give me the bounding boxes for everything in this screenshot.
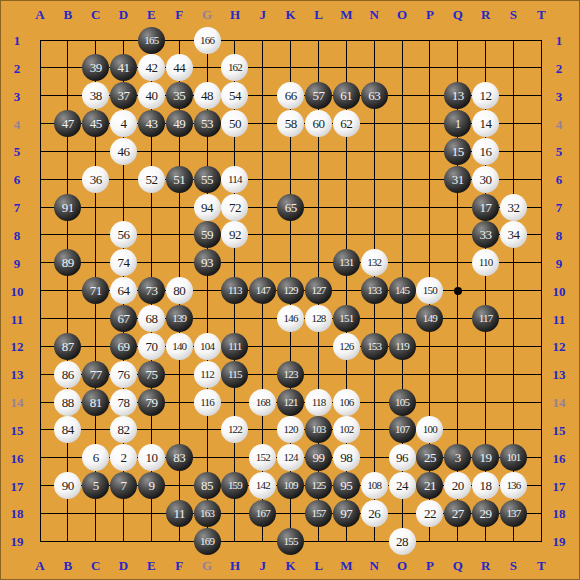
move-number: 60 (313, 117, 325, 130)
stone-F18: 11 (166, 500, 193, 527)
move-number: 142 (256, 479, 270, 492)
row-label-right-8: 8 (556, 228, 563, 241)
move-number: 126 (339, 340, 353, 353)
move-number: 91 (62, 201, 74, 214)
stone-E14: 79 (138, 389, 165, 416)
stone-Q16: 3 (444, 444, 471, 471)
row-label-right-1: 1 (556, 34, 563, 47)
stone-M14: 106 (333, 389, 360, 416)
move-number: 3 (455, 451, 461, 464)
move-number: 21 (424, 479, 436, 492)
stone-L16: 99 (305, 444, 332, 471)
stone-L4: 60 (305, 110, 332, 137)
stone-P11: 149 (416, 305, 443, 332)
stone-N9: 132 (361, 249, 388, 276)
move-number: 53 (201, 117, 213, 130)
move-number: 82 (118, 423, 130, 436)
stone-Q4: 1 (444, 110, 471, 137)
stone-H3: 54 (221, 82, 248, 109)
column-label-bottom-A: A (35, 559, 44, 572)
column-label-top-C: C (91, 8, 100, 21)
stone-B7: 91 (54, 194, 81, 221)
go-board-screen: AABBCCDDEEFFGGHHJJKKLLMMNNOOPPQQRRSSTT11… (0, 0, 580, 580)
column-label-bottom-Q: Q (453, 559, 463, 572)
move-number: 119 (395, 340, 409, 353)
stone-R9: 110 (472, 249, 499, 276)
move-number: 75 (145, 368, 157, 381)
stone-Q17: 20 (444, 472, 471, 499)
stone-E4: 43 (138, 110, 165, 137)
stone-G1: 166 (194, 27, 221, 54)
stone-L11: 128 (305, 305, 332, 332)
stone-M16: 98 (333, 444, 360, 471)
stone-E12: 70 (138, 333, 165, 360)
move-number: 2 (121, 451, 127, 464)
column-label-top-N: N (369, 8, 378, 21)
move-number: 38 (90, 89, 102, 102)
move-number: 55 (201, 173, 213, 186)
move-number: 16 (480, 145, 492, 158)
row-label-left-7: 7 (14, 201, 21, 214)
column-label-top-K: K (286, 8, 296, 21)
move-number: 133 (367, 284, 381, 297)
move-number: 62 (340, 117, 352, 130)
stone-G8: 59 (194, 221, 221, 248)
row-label-right-14: 14 (553, 396, 566, 409)
move-number: 122 (228, 423, 242, 436)
stone-B4: 47 (54, 110, 81, 137)
move-number: 9 (148, 479, 154, 492)
move-number: 20 (452, 479, 464, 492)
stone-H7: 72 (221, 194, 248, 221)
row-label-right-19: 19 (553, 535, 566, 548)
stone-G6: 55 (194, 166, 221, 193)
stone-N18: 26 (361, 500, 388, 527)
stone-S16: 101 (500, 444, 527, 471)
stone-D3: 37 (110, 82, 137, 109)
stone-R6: 30 (472, 166, 499, 193)
stone-Q18: 27 (444, 500, 471, 527)
move-number: 111 (228, 340, 241, 353)
stone-D14: 78 (110, 389, 137, 416)
move-number: 121 (284, 396, 298, 409)
stone-H15: 122 (221, 416, 248, 443)
stone-M18: 97 (333, 500, 360, 527)
row-label-left-13: 13 (11, 368, 24, 381)
stone-R11: 117 (472, 305, 499, 332)
row-label-right-12: 12 (553, 340, 566, 353)
row-label-left-5: 5 (14, 145, 21, 158)
stone-E2: 42 (138, 54, 165, 81)
stone-K14: 121 (277, 389, 304, 416)
row-label-right-9: 9 (556, 256, 563, 269)
move-number: 118 (312, 396, 326, 409)
move-number: 59 (201, 228, 213, 241)
move-number: 117 (479, 312, 493, 325)
stone-G19: 169 (194, 528, 221, 555)
row-label-left-19: 19 (11, 535, 24, 548)
move-number: 89 (62, 256, 74, 269)
move-number: 92 (229, 228, 241, 241)
stone-P16: 25 (416, 444, 443, 471)
row-label-left-1: 1 (14, 34, 21, 47)
move-number: 50 (229, 117, 241, 130)
move-number: 80 (173, 284, 185, 297)
stone-C4: 45 (82, 110, 109, 137)
stone-O15: 107 (389, 416, 416, 443)
stone-D15: 82 (110, 416, 137, 443)
move-number: 137 (506, 507, 520, 520)
stone-G3: 48 (194, 82, 221, 109)
stone-Q6: 31 (444, 166, 471, 193)
move-number: 124 (284, 451, 298, 464)
move-number: 90 (62, 479, 74, 492)
stone-D2: 41 (110, 54, 137, 81)
stone-H4: 50 (221, 110, 248, 137)
move-number: 165 (144, 34, 158, 47)
stone-L15: 103 (305, 416, 332, 443)
row-label-right-10: 10 (553, 284, 566, 297)
move-number: 68 (145, 312, 157, 325)
stone-H6: 114 (221, 166, 248, 193)
move-number: 103 (311, 423, 325, 436)
move-number: 66 (285, 89, 297, 102)
stone-M3: 61 (333, 82, 360, 109)
column-label-top-R: R (481, 8, 490, 21)
stone-C16: 6 (82, 444, 109, 471)
stone-C14: 81 (82, 389, 109, 416)
move-number: 11 (173, 507, 185, 520)
move-number: 99 (313, 451, 325, 464)
stone-R18: 29 (472, 500, 499, 527)
move-number: 109 (284, 479, 298, 492)
column-label-top-J: J (260, 8, 267, 21)
stone-D4: 4 (110, 110, 137, 137)
stone-N10: 133 (361, 277, 388, 304)
stone-F3: 35 (166, 82, 193, 109)
column-label-top-M: M (340, 8, 352, 21)
move-number: 77 (90, 368, 102, 381)
stone-O19: 28 (389, 528, 416, 555)
stone-E3: 40 (138, 82, 165, 109)
move-number: 163 (200, 507, 214, 520)
row-label-left-14: 14 (11, 396, 24, 409)
move-number: 127 (311, 284, 325, 297)
stone-F4: 49 (166, 110, 193, 137)
stone-F16: 83 (166, 444, 193, 471)
move-number: 1 (455, 117, 461, 130)
stone-K7: 65 (277, 194, 304, 221)
move-number: 4 (121, 117, 127, 130)
stone-G18: 163 (194, 500, 221, 527)
move-number: 42 (145, 61, 157, 74)
move-number: 159 (228, 479, 242, 492)
row-label-right-2: 2 (556, 61, 563, 74)
move-number: 136 (506, 479, 520, 492)
stone-G4: 53 (194, 110, 221, 137)
move-number: 151 (339, 312, 353, 325)
stone-P18: 22 (416, 500, 443, 527)
move-number: 28 (396, 535, 408, 548)
move-number: 31 (452, 173, 464, 186)
stone-J16: 152 (249, 444, 276, 471)
stone-J18: 167 (249, 500, 276, 527)
move-number: 13 (452, 89, 464, 102)
stone-G12: 104 (194, 333, 221, 360)
stone-O10: 145 (389, 277, 416, 304)
move-number: 48 (201, 89, 213, 102)
stone-F11: 139 (166, 305, 193, 332)
stone-M9: 131 (333, 249, 360, 276)
move-number: 79 (145, 396, 157, 409)
stone-D10: 64 (110, 277, 137, 304)
stone-K15: 120 (277, 416, 304, 443)
move-number: 41 (118, 61, 130, 74)
move-number: 114 (228, 173, 242, 186)
row-label-right-5: 5 (556, 145, 563, 158)
column-label-bottom-K: K (286, 559, 296, 572)
row-label-left-16: 16 (11, 451, 24, 464)
move-number: 56 (118, 228, 130, 241)
stone-N12: 153 (361, 333, 388, 360)
stone-D5: 46 (110, 138, 137, 165)
stone-S7: 32 (500, 194, 527, 221)
move-number: 65 (285, 201, 297, 214)
stone-S8: 34 (500, 221, 527, 248)
move-number: 166 (200, 34, 214, 47)
move-number: 7 (121, 479, 127, 492)
move-number: 19 (480, 451, 492, 464)
stone-O17: 24 (389, 472, 416, 499)
stone-K3: 66 (277, 82, 304, 109)
column-label-bottom-N: N (369, 559, 378, 572)
move-number: 46 (118, 145, 130, 158)
move-number: 47 (62, 117, 74, 130)
stone-L3: 57 (305, 82, 332, 109)
stone-N3: 63 (361, 82, 388, 109)
row-label-left-17: 17 (11, 479, 24, 492)
row-label-right-6: 6 (556, 173, 563, 186)
move-number: 24 (396, 479, 408, 492)
column-label-bottom-J: J (260, 559, 267, 572)
stone-R8: 33 (472, 221, 499, 248)
stone-L10: 127 (305, 277, 332, 304)
column-label-bottom-P: P (426, 559, 434, 572)
stone-H2: 162 (221, 54, 248, 81)
move-number: 45 (90, 117, 102, 130)
move-number: 54 (229, 89, 241, 102)
move-number: 131 (339, 256, 353, 269)
stone-C10: 71 (82, 277, 109, 304)
grid-line-vertical (541, 40, 542, 542)
row-label-left-11: 11 (11, 312, 23, 325)
move-number: 116 (200, 396, 214, 409)
row-label-right-18: 18 (553, 507, 566, 520)
move-number: 167 (256, 507, 270, 520)
move-number: 147 (256, 284, 270, 297)
stone-C13: 77 (82, 361, 109, 388)
move-number: 69 (118, 340, 130, 353)
move-number: 72 (229, 201, 241, 214)
move-number: 84 (62, 423, 74, 436)
column-label-top-D: D (119, 8, 128, 21)
stone-O12: 119 (389, 333, 416, 360)
column-label-top-T: T (537, 8, 546, 21)
stone-R3: 12 (472, 82, 499, 109)
move-number: 110 (479, 256, 493, 269)
stone-E10: 73 (138, 277, 165, 304)
move-number: 125 (311, 479, 325, 492)
stone-E6: 52 (138, 166, 165, 193)
stone-D16: 2 (110, 444, 137, 471)
stone-M11: 151 (333, 305, 360, 332)
move-number: 97 (340, 507, 352, 520)
stone-D9: 74 (110, 249, 137, 276)
move-number: 152 (256, 451, 270, 464)
star-point-Q10 (454, 287, 462, 295)
move-number: 149 (423, 312, 437, 325)
stone-B17: 90 (54, 472, 81, 499)
column-label-top-P: P (426, 8, 434, 21)
stone-B9: 89 (54, 249, 81, 276)
row-label-left-12: 12 (11, 340, 24, 353)
move-number: 85 (201, 479, 213, 492)
stone-K4: 58 (277, 110, 304, 137)
move-number: 87 (62, 340, 74, 353)
move-number: 86 (62, 368, 74, 381)
move-number: 67 (118, 312, 130, 325)
stone-R7: 17 (472, 194, 499, 221)
move-number: 112 (200, 368, 214, 381)
move-number: 10 (145, 451, 157, 464)
row-label-left-18: 18 (11, 507, 24, 520)
stone-S18: 137 (500, 500, 527, 527)
move-number: 74 (118, 256, 130, 269)
move-number: 37 (118, 89, 130, 102)
move-number: 98 (340, 451, 352, 464)
move-number: 71 (90, 284, 102, 297)
stone-L14: 118 (305, 389, 332, 416)
move-number: 25 (424, 451, 436, 464)
move-number: 169 (200, 535, 214, 548)
column-label-top-S: S (510, 8, 517, 21)
move-number: 43 (145, 117, 157, 130)
stone-S17: 136 (500, 472, 527, 499)
column-label-bottom-O: O (397, 559, 407, 572)
column-label-bottom-F: F (175, 559, 183, 572)
move-number: 35 (173, 89, 185, 102)
row-label-right-4: 4 (556, 117, 563, 130)
stone-F6: 51 (166, 166, 193, 193)
move-number: 81 (90, 396, 102, 409)
move-number: 73 (145, 284, 157, 297)
move-number: 146 (284, 312, 298, 325)
move-number: 27 (452, 507, 464, 520)
column-label-top-Q: Q (453, 8, 463, 21)
move-number: 139 (172, 312, 186, 325)
stone-Q3: 13 (444, 82, 471, 109)
row-label-right-16: 16 (553, 451, 566, 464)
move-number: 29 (480, 507, 492, 520)
stone-B12: 87 (54, 333, 81, 360)
move-number: 107 (395, 423, 409, 436)
stone-R16: 19 (472, 444, 499, 471)
move-number: 40 (145, 89, 157, 102)
stone-E13: 75 (138, 361, 165, 388)
move-number: 94 (201, 201, 213, 214)
move-number: 33 (480, 228, 492, 241)
column-label-top-L: L (314, 8, 323, 21)
column-label-top-F: F (175, 8, 183, 21)
stone-M17: 95 (333, 472, 360, 499)
stone-J14: 168 (249, 389, 276, 416)
move-number: 140 (172, 340, 186, 353)
stone-O16: 96 (389, 444, 416, 471)
row-label-right-13: 13 (553, 368, 566, 381)
stone-H12: 111 (221, 333, 248, 360)
move-number: 32 (507, 201, 519, 214)
stone-K13: 123 (277, 361, 304, 388)
stone-H8: 92 (221, 221, 248, 248)
stone-C3: 38 (82, 82, 109, 109)
stone-D8: 56 (110, 221, 137, 248)
column-label-bottom-L: L (314, 559, 323, 572)
move-number: 162 (228, 61, 242, 74)
move-number: 57 (313, 89, 325, 102)
stone-O14: 105 (389, 389, 416, 416)
stone-H13: 115 (221, 361, 248, 388)
move-number: 51 (173, 173, 185, 186)
row-label-left-4: 4 (14, 117, 21, 130)
move-number: 18 (480, 479, 492, 492)
move-number: 5 (93, 479, 99, 492)
stone-K10: 129 (277, 277, 304, 304)
stone-K11: 146 (277, 305, 304, 332)
row-label-left-3: 3 (14, 89, 21, 102)
stone-N17: 108 (361, 472, 388, 499)
row-label-left-8: 8 (14, 228, 21, 241)
stone-P17: 21 (416, 472, 443, 499)
stone-B13: 86 (54, 361, 81, 388)
row-label-right-7: 7 (556, 201, 563, 214)
move-number: 129 (284, 284, 298, 297)
move-number: 83 (173, 451, 185, 464)
move-number: 44 (173, 61, 185, 74)
move-number: 155 (284, 535, 298, 548)
column-label-top-E: E (147, 8, 156, 21)
move-number: 101 (506, 451, 520, 464)
stone-D17: 7 (110, 472, 137, 499)
move-number: 123 (284, 368, 298, 381)
move-number: 102 (339, 423, 353, 436)
move-number: 105 (395, 396, 409, 409)
move-number: 17 (480, 201, 492, 214)
move-number: 64 (118, 284, 130, 297)
stone-D12: 69 (110, 333, 137, 360)
stone-M15: 102 (333, 416, 360, 443)
stone-G14: 116 (194, 389, 221, 416)
stone-Q5: 15 (444, 138, 471, 165)
move-number: 153 (367, 340, 381, 353)
column-label-top-H: H (230, 8, 240, 21)
move-number: 39 (90, 61, 102, 74)
row-label-right-11: 11 (553, 312, 565, 325)
move-number: 115 (228, 368, 242, 381)
stone-B15: 84 (54, 416, 81, 443)
stone-P10: 150 (416, 277, 443, 304)
move-number: 108 (367, 479, 381, 492)
column-label-bottom-D: D (119, 559, 128, 572)
